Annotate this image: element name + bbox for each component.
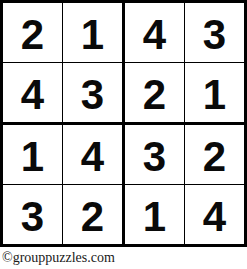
digit: 1 [21, 132, 44, 178]
cell-r3c3: 3 [125, 125, 185, 185]
digit: 2 [143, 70, 166, 116]
sudoku-board: 2143432114323214 [0, 0, 247, 247]
cell-r1c2: 1 [63, 3, 125, 63]
cell-r1c1: 2 [3, 3, 63, 63]
cell-r1c4: 3 [185, 3, 244, 63]
cell-r2c1: 4 [3, 63, 63, 125]
cell-r4c4: 4 [185, 185, 244, 244]
cell-r2c2: 3 [63, 63, 125, 125]
cell-r3c2: 4 [63, 125, 125, 185]
digit: 1 [203, 70, 226, 116]
digit: 4 [143, 10, 166, 56]
digit: 3 [203, 10, 226, 56]
digit: 4 [81, 132, 104, 178]
cell-r2c3: 2 [125, 63, 185, 125]
digit: 1 [81, 10, 104, 56]
cell-r3c1: 1 [3, 125, 63, 185]
cell-r4c1: 3 [3, 185, 63, 244]
cell-r1c3: 4 [125, 3, 185, 63]
digit: 2 [203, 132, 226, 178]
digit: 4 [21, 70, 44, 116]
digit: 3 [81, 70, 104, 116]
cell-r4c2: 2 [63, 185, 125, 244]
digit: 4 [203, 192, 226, 238]
watermark-credit: ©grouppuzzles.com [2, 249, 115, 267]
cell-r2c4: 1 [185, 63, 244, 125]
cell-r3c4: 2 [185, 125, 244, 185]
digit: 3 [21, 192, 44, 238]
digit: 1 [143, 192, 166, 238]
cell-r4c3: 1 [125, 185, 185, 244]
digit: 2 [81, 192, 104, 238]
digit: 2 [21, 10, 44, 56]
digit: 3 [143, 132, 166, 178]
